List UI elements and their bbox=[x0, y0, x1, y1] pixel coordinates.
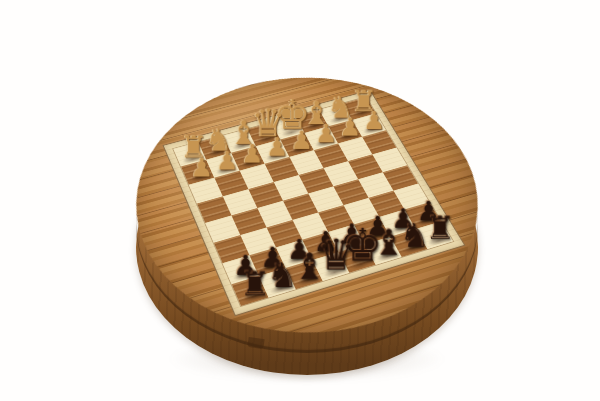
piece-white-pawn[interactable]: ♟ bbox=[265, 134, 288, 159]
piece-black-knight[interactable]: ♞ bbox=[266, 258, 297, 292]
piece-white-pawn[interactable]: ♟ bbox=[290, 128, 313, 153]
piece-black-rook[interactable]: ♜ bbox=[239, 267, 269, 301]
piece-white-pawn[interactable]: ♟ bbox=[363, 108, 385, 133]
board-border: ♜♞♝♛♚♝♞♜♟♟♟♟♟♟♟♟♟♟♟♟♟♟♟♟♜♞♝♛♚♝♞♜ bbox=[163, 90, 466, 316]
piece-white-pawn[interactable]: ♟ bbox=[240, 141, 263, 166]
square[interactable] bbox=[358, 172, 393, 198]
piece-white-pawn[interactable]: ♟ bbox=[215, 148, 238, 174]
wooden-box-lid: ♜♞♝♛♚♝♞♜♟♟♟♟♟♟♟♟♟♟♟♟♟♟♟♟♜♞♝♛♚♝♞♜ bbox=[99, 48, 540, 379]
piece-white-pawn[interactable]: ♟ bbox=[190, 155, 213, 181]
piece-white-pawn[interactable]: ♟ bbox=[314, 121, 336, 146]
photo-canvas: ♜♞♝♛♚♝♞♜♟♟♟♟♟♟♟♟♟♟♟♟♟♟♟♟♜♞♝♛♚♝♞♜ bbox=[0, 0, 600, 401]
box-lid-notch bbox=[247, 337, 264, 349]
piece-white-pawn[interactable]: ♟ bbox=[339, 115, 361, 140]
square[interactable] bbox=[214, 171, 248, 197]
scene-3d: ♜♞♝♛♚♝♞♜♟♟♟♟♟♟♟♟♟♟♟♟♟♟♟♟♜♞♝♛♚♝♞♜ bbox=[0, 0, 600, 401]
square[interactable] bbox=[223, 189, 258, 215]
chess-board: ♜♞♝♛♚♝♞♜♟♟♟♟♟♟♟♟♟♟♟♟♟♟♟♟♜♞♝♛♚♝♞♜ bbox=[173, 97, 453, 306]
square[interactable] bbox=[348, 154, 383, 179]
